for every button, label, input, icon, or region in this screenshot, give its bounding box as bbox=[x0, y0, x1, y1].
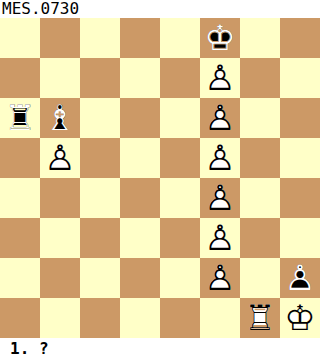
square-f8[interactable]: ♚♔ bbox=[200, 18, 240, 58]
piece-white-pawn: ♙ bbox=[200, 98, 240, 138]
square-a7[interactable] bbox=[0, 58, 40, 98]
square-e6[interactable] bbox=[160, 98, 200, 138]
piece-black-king: ♔ bbox=[200, 18, 240, 58]
square-a4[interactable] bbox=[0, 178, 40, 218]
square-c2[interactable] bbox=[80, 258, 120, 298]
piece-white-pawn-fill: ♟ bbox=[200, 218, 240, 258]
piece-black-rook: ♖ bbox=[0, 98, 40, 138]
piece-white-pawn-fill: ♟ bbox=[40, 138, 80, 178]
square-b3[interactable] bbox=[40, 218, 80, 258]
piece-black-bishop-fill: ♝ bbox=[40, 98, 80, 138]
square-h5[interactable] bbox=[280, 138, 320, 178]
piece-white-pawn-fill: ♟ bbox=[200, 98, 240, 138]
square-f2[interactable]: ♟♙ bbox=[200, 258, 240, 298]
piece-black-bishop: ♗ bbox=[40, 98, 80, 138]
square-a5[interactable] bbox=[0, 138, 40, 178]
square-d1[interactable] bbox=[120, 298, 160, 338]
square-e1[interactable] bbox=[160, 298, 200, 338]
square-d4[interactable] bbox=[120, 178, 160, 218]
square-e8[interactable] bbox=[160, 18, 200, 58]
piece-white-pawn-fill: ♟ bbox=[200, 58, 240, 98]
piece-white-king-fill: ♚ bbox=[280, 298, 320, 338]
square-g6[interactable] bbox=[240, 98, 280, 138]
square-c5[interactable] bbox=[80, 138, 120, 178]
move-prompt: 1. ? bbox=[10, 338, 49, 360]
chess-puzzle-window: MES.0730 ♚♔♟♙♜♖♝♗♟♙♟♙♟♙♟♙♟♙♟♙♟♙♜♖♚♔ 1. ? bbox=[0, 0, 320, 360]
square-b2[interactable] bbox=[40, 258, 80, 298]
piece-white-pawn-fill: ♟ bbox=[200, 138, 240, 178]
square-h1[interactable]: ♚♔ bbox=[280, 298, 320, 338]
square-d8[interactable] bbox=[120, 18, 160, 58]
square-h8[interactable] bbox=[280, 18, 320, 58]
square-f6[interactable]: ♟♙ bbox=[200, 98, 240, 138]
square-d2[interactable] bbox=[120, 258, 160, 298]
square-f4[interactable]: ♟♙ bbox=[200, 178, 240, 218]
piece-white-pawn: ♙ bbox=[200, 58, 240, 98]
square-b7[interactable] bbox=[40, 58, 80, 98]
square-h4[interactable] bbox=[280, 178, 320, 218]
piece-black-pawn: ♙ bbox=[280, 258, 320, 298]
square-d6[interactable] bbox=[120, 98, 160, 138]
square-h6[interactable] bbox=[280, 98, 320, 138]
piece-black-rook-fill: ♜ bbox=[0, 98, 40, 138]
square-b5[interactable]: ♟♙ bbox=[40, 138, 80, 178]
square-a8[interactable] bbox=[0, 18, 40, 58]
square-e4[interactable] bbox=[160, 178, 200, 218]
square-a1[interactable] bbox=[0, 298, 40, 338]
square-a2[interactable] bbox=[0, 258, 40, 298]
square-f7[interactable]: ♟♙ bbox=[200, 58, 240, 98]
piece-white-rook: ♖ bbox=[240, 298, 280, 338]
square-g4[interactable] bbox=[240, 178, 280, 218]
square-g7[interactable] bbox=[240, 58, 280, 98]
chess-board: ♚♔♟♙♜♖♝♗♟♙♟♙♟♙♟♙♟♙♟♙♟♙♜♖♚♔ bbox=[0, 18, 320, 338]
square-c4[interactable] bbox=[80, 178, 120, 218]
square-e3[interactable] bbox=[160, 218, 200, 258]
square-b1[interactable] bbox=[40, 298, 80, 338]
square-e7[interactable] bbox=[160, 58, 200, 98]
square-h2[interactable]: ♟♙ bbox=[280, 258, 320, 298]
piece-white-rook-fill: ♜ bbox=[240, 298, 280, 338]
square-g3[interactable] bbox=[240, 218, 280, 258]
square-b6[interactable]: ♝♗ bbox=[40, 98, 80, 138]
square-h7[interactable] bbox=[280, 58, 320, 98]
square-f3[interactable]: ♟♙ bbox=[200, 218, 240, 258]
puzzle-id-title: MES.0730 bbox=[2, 0, 79, 18]
square-g2[interactable] bbox=[240, 258, 280, 298]
square-g8[interactable] bbox=[240, 18, 280, 58]
square-a6[interactable]: ♜♖ bbox=[0, 98, 40, 138]
piece-white-pawn: ♙ bbox=[200, 138, 240, 178]
piece-white-pawn: ♙ bbox=[40, 138, 80, 178]
square-c3[interactable] bbox=[80, 218, 120, 258]
square-a3[interactable] bbox=[0, 218, 40, 258]
square-b4[interactable] bbox=[40, 178, 80, 218]
piece-white-pawn: ♙ bbox=[200, 258, 240, 298]
piece-white-pawn-fill: ♟ bbox=[200, 258, 240, 298]
piece-white-pawn: ♙ bbox=[200, 218, 240, 258]
piece-black-pawn-fill: ♟ bbox=[280, 258, 320, 298]
square-e5[interactable] bbox=[160, 138, 200, 178]
square-f1[interactable] bbox=[200, 298, 240, 338]
square-d7[interactable] bbox=[120, 58, 160, 98]
piece-white-pawn: ♙ bbox=[200, 178, 240, 218]
piece-black-king-fill: ♚ bbox=[200, 18, 240, 58]
square-g5[interactable] bbox=[240, 138, 280, 178]
square-d5[interactable] bbox=[120, 138, 160, 178]
square-h3[interactable] bbox=[280, 218, 320, 258]
square-b8[interactable] bbox=[40, 18, 80, 58]
square-c7[interactable] bbox=[80, 58, 120, 98]
square-d3[interactable] bbox=[120, 218, 160, 258]
square-g1[interactable]: ♜♖ bbox=[240, 298, 280, 338]
square-f5[interactable]: ♟♙ bbox=[200, 138, 240, 178]
square-e2[interactable] bbox=[160, 258, 200, 298]
piece-white-king: ♔ bbox=[280, 298, 320, 338]
square-c1[interactable] bbox=[80, 298, 120, 338]
piece-white-pawn-fill: ♟ bbox=[200, 178, 240, 218]
square-c8[interactable] bbox=[80, 18, 120, 58]
square-c6[interactable] bbox=[80, 98, 120, 138]
